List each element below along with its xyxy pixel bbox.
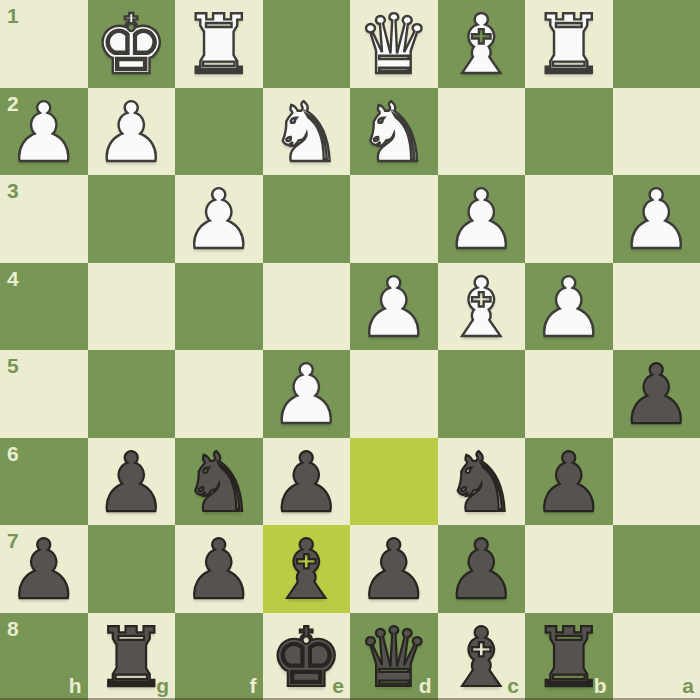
black-bishop[interactable]: ♝: [438, 613, 526, 700]
square-d8[interactable]: d♛: [350, 613, 438, 700]
square-f4[interactable]: [175, 263, 263, 351]
square-d4[interactable]: ♟: [350, 263, 438, 351]
rank-label-5: 5: [7, 355, 19, 376]
square-c1[interactable]: ♝: [438, 0, 526, 88]
black-queen[interactable]: ♛: [350, 613, 438, 700]
square-d5[interactable]: [350, 350, 438, 438]
square-e7[interactable]: ♝: [263, 525, 351, 613]
square-b7[interactable]: [525, 525, 613, 613]
white-pawn[interactable]: ♟: [175, 175, 263, 263]
square-f2[interactable]: [175, 88, 263, 176]
square-b1[interactable]: ♜: [525, 0, 613, 88]
square-f8[interactable]: f: [175, 613, 263, 700]
square-a8[interactable]: a: [613, 613, 700, 700]
square-g6[interactable]: ♟: [88, 438, 176, 526]
square-f1[interactable]: ♜: [175, 0, 263, 88]
file-label-f: f: [250, 675, 257, 696]
square-a1[interactable]: [613, 0, 700, 88]
black-rook[interactable]: ♜: [88, 613, 176, 700]
square-e5[interactable]: ♟: [263, 350, 351, 438]
square-a4[interactable]: [613, 263, 700, 351]
square-c6[interactable]: ♞: [438, 438, 526, 526]
square-b8[interactable]: b♜: [525, 613, 613, 700]
square-e6[interactable]: ♟: [263, 438, 351, 526]
rank-label-1: 1: [7, 5, 19, 26]
white-pawn[interactable]: ♟: [350, 263, 438, 351]
black-king[interactable]: ♚: [263, 613, 351, 700]
rank-label-8: 8: [7, 618, 19, 639]
rank-label-3: 3: [7, 180, 19, 201]
square-b3[interactable]: [525, 175, 613, 263]
file-label-h: h: [69, 675, 82, 696]
white-pawn[interactable]: ♟: [613, 175, 700, 263]
black-knight[interactable]: ♞: [175, 438, 263, 526]
square-g1[interactable]: ♚: [88, 0, 176, 88]
square-c4[interactable]: ♝: [438, 263, 526, 351]
square-a5[interactable]: ♟: [613, 350, 700, 438]
white-knight[interactable]: ♞: [263, 88, 351, 176]
square-h5[interactable]: 5: [0, 350, 88, 438]
square-c3[interactable]: ♟: [438, 175, 526, 263]
square-c8[interactable]: c♝: [438, 613, 526, 700]
white-pawn[interactable]: ♟: [438, 175, 526, 263]
square-d1[interactable]: ♛: [350, 0, 438, 88]
black-pawn[interactable]: ♟: [350, 525, 438, 613]
square-b6[interactable]: ♟: [525, 438, 613, 526]
file-label-a: a: [682, 675, 694, 696]
square-g2[interactable]: ♟: [88, 88, 176, 176]
black-pawn[interactable]: ♟: [88, 438, 176, 526]
square-h7[interactable]: 7♟: [0, 525, 88, 613]
square-d3[interactable]: [350, 175, 438, 263]
square-h3[interactable]: 3: [0, 175, 88, 263]
square-c5[interactable]: [438, 350, 526, 438]
square-b2[interactable]: [525, 88, 613, 176]
black-pawn[interactable]: ♟: [525, 438, 613, 526]
white-rook[interactable]: ♜: [175, 0, 263, 88]
square-a3[interactable]: ♟: [613, 175, 700, 263]
square-h4[interactable]: 4: [0, 263, 88, 351]
white-bishop[interactable]: ♝: [438, 263, 526, 351]
square-b5[interactable]: [525, 350, 613, 438]
white-rook[interactable]: ♜: [525, 0, 613, 88]
square-g4[interactable]: [88, 263, 176, 351]
square-g7[interactable]: [88, 525, 176, 613]
square-d7[interactable]: ♟: [350, 525, 438, 613]
white-pawn[interactable]: ♟: [263, 350, 351, 438]
black-pawn[interactable]: ♟: [613, 350, 700, 438]
square-f7[interactable]: ♟: [175, 525, 263, 613]
square-a7[interactable]: [613, 525, 700, 613]
black-pawn[interactable]: ♟: [175, 525, 263, 613]
square-h8[interactable]: 8h: [0, 613, 88, 700]
black-rook[interactable]: ♜: [525, 613, 613, 700]
square-f6[interactable]: ♞: [175, 438, 263, 526]
white-king[interactable]: ♚: [88, 0, 176, 88]
square-e1[interactable]: [263, 0, 351, 88]
black-pawn[interactable]: ♟: [263, 438, 351, 526]
square-a2[interactable]: [613, 88, 700, 176]
square-e8[interactable]: e♚: [263, 613, 351, 700]
square-g3[interactable]: [88, 175, 176, 263]
square-g8[interactable]: g♜: [88, 613, 176, 700]
square-h2[interactable]: 2♟: [0, 88, 88, 176]
square-d2[interactable]: ♞: [350, 88, 438, 176]
square-a6[interactable]: [613, 438, 700, 526]
white-pawn[interactable]: ♟: [0, 88, 88, 176]
black-pawn[interactable]: ♟: [438, 525, 526, 613]
square-h1[interactable]: 1: [0, 0, 88, 88]
rank-label-6: 6: [7, 443, 19, 464]
white-knight[interactable]: ♞: [350, 88, 438, 176]
white-queen[interactable]: ♛: [350, 0, 438, 88]
square-e2[interactable]: ♞: [263, 88, 351, 176]
square-e4[interactable]: [263, 263, 351, 351]
square-g5[interactable]: [88, 350, 176, 438]
square-f3[interactable]: ♟: [175, 175, 263, 263]
square-c7[interactable]: ♟: [438, 525, 526, 613]
rank-label-4: 4: [7, 268, 19, 289]
white-pawn[interactable]: ♟: [88, 88, 176, 176]
square-c2[interactable]: [438, 88, 526, 176]
square-b4[interactable]: ♟: [525, 263, 613, 351]
black-knight[interactable]: ♞: [438, 438, 526, 526]
black-bishop[interactable]: ♝: [263, 525, 351, 613]
square-e3[interactable]: [263, 175, 351, 263]
square-d6[interactable]: [350, 438, 438, 526]
white-bishop[interactable]: ♝: [438, 0, 526, 88]
square-h6[interactable]: 6: [0, 438, 88, 526]
chess-board: 1♚♜♛♝♜2♟♟♞♞3♟♟♟4♟♝♟5♟♟6♟♞♟♞♟7♟♟♝♟♟8hg♜fe…: [0, 0, 700, 700]
white-pawn[interactable]: ♟: [525, 263, 613, 351]
black-pawn[interactable]: ♟: [0, 525, 88, 613]
square-f5[interactable]: [175, 350, 263, 438]
